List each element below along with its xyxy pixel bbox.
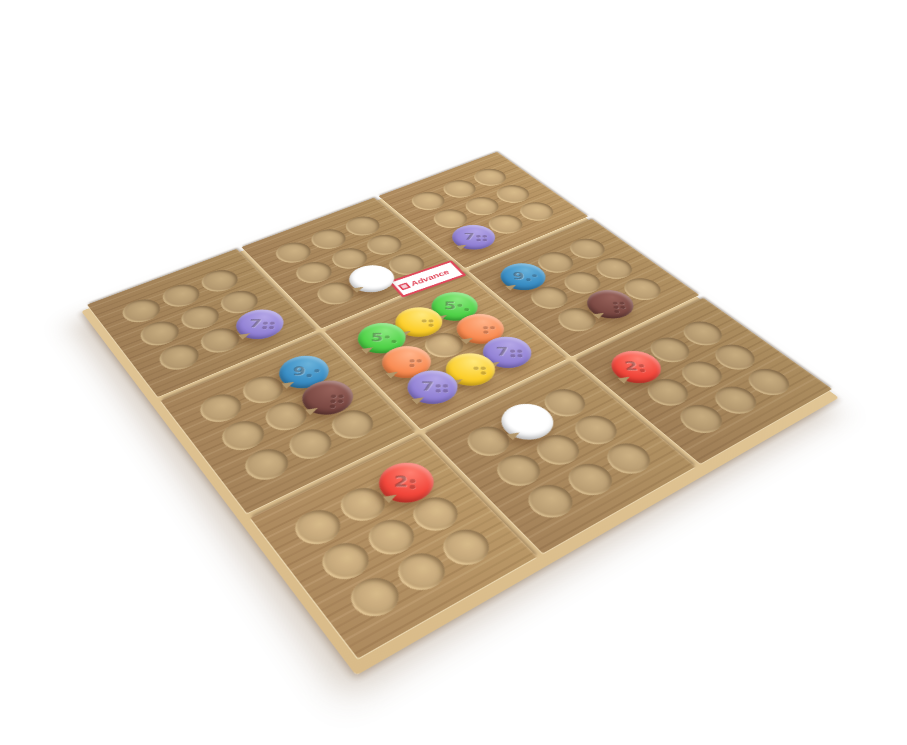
peg-piece-white[interactable]	[491, 397, 564, 447]
embossed-number: 7	[417, 379, 438, 394]
braille-dot	[330, 399, 336, 403]
braille-dot	[510, 350, 515, 353]
braille-dot	[476, 239, 481, 242]
piece-face: 7	[233, 310, 286, 340]
braille-dot	[410, 479, 416, 483]
piece-face: 5	[357, 323, 407, 353]
piece-face: 7	[452, 225, 496, 250]
braille-dot	[338, 395, 344, 399]
braille-dots	[510, 350, 524, 362]
apple-cleft-notch	[488, 359, 502, 368]
braille-dot	[409, 364, 414, 367]
braille-dots	[330, 395, 345, 409]
apple-cleft-notch	[383, 492, 399, 504]
braille-dot	[385, 335, 390, 338]
apple-cleft-notch	[618, 374, 633, 383]
braille-dot	[391, 340, 396, 343]
braille-dot	[338, 399, 344, 403]
braille-dot	[639, 364, 645, 367]
braille-dot	[262, 326, 267, 329]
peg-piece-red-2[interactable]: 2	[369, 455, 445, 511]
piece-face	[381, 346, 431, 378]
braille-dot	[417, 359, 422, 362]
braille-dot	[517, 354, 522, 357]
braille-dot	[270, 322, 275, 325]
peg-piece-brown[interactable]	[293, 374, 362, 422]
braille-dot	[490, 326, 495, 329]
braille-dot	[619, 302, 624, 305]
brand-logo-icon	[398, 282, 411, 290]
braille-dot	[314, 369, 320, 372]
braille-dot	[436, 384, 441, 387]
braille-dot	[330, 405, 336, 409]
braille-dot	[263, 322, 268, 325]
piece-face: 7	[407, 370, 458, 403]
peg-piece-yellow[interactable]	[436, 347, 505, 392]
embossed-number: 7	[492, 344, 513, 358]
braille-dots	[384, 335, 398, 347]
piece-face: 9	[277, 356, 331, 389]
braille-dot	[481, 371, 486, 374]
apple-cleft-notch	[305, 405, 320, 415]
piece-face: 9	[500, 263, 547, 290]
peg-piece-purple-7[interactable]: 7	[398, 364, 468, 411]
braille-dot	[517, 350, 522, 353]
piece-face	[446, 353, 496, 385]
braille-dot	[526, 278, 531, 281]
braille-dot	[269, 326, 274, 329]
braille-dot	[410, 485, 416, 489]
embossed-number: 2	[389, 472, 412, 490]
braille-dot	[614, 310, 619, 313]
braille-dot	[457, 304, 462, 307]
apple-cleft-notch	[450, 377, 465, 386]
braille-dot	[613, 306, 618, 309]
apple-cleft-notch	[361, 345, 375, 354]
braille-dot	[532, 274, 537, 277]
braille-dot	[510, 354, 515, 357]
braille-dots	[306, 369, 321, 382]
peg-piece-green-5[interactable]: 5	[349, 317, 415, 359]
braille-dot	[473, 367, 478, 370]
braille-dot	[483, 239, 488, 242]
apple-cleft-notch	[282, 379, 297, 388]
apple-cleft-notch	[507, 430, 522, 440]
peg-piece-orange[interactable]	[373, 340, 441, 384]
braille-dots	[409, 359, 423, 372]
braille-dots	[476, 235, 488, 245]
braille-dot	[483, 331, 488, 334]
braille-dot	[422, 319, 427, 322]
braille-dot	[613, 302, 618, 305]
braille-dots	[526, 274, 539, 285]
braille-dot	[464, 308, 469, 311]
braille-dots	[436, 384, 450, 397]
sudoku-board: Advance 7925757792	[83, 150, 836, 663]
braille-dots	[422, 319, 435, 331]
embossed-number: 2	[619, 359, 642, 374]
braille-dot	[476, 235, 481, 238]
braille-dots	[613, 302, 628, 313]
piece-face	[300, 381, 354, 415]
braille-dots	[409, 479, 424, 495]
piece-face	[501, 404, 555, 440]
piece-face	[585, 290, 636, 318]
braille-dot	[482, 235, 487, 238]
braille-dot	[620, 306, 625, 309]
embossed-number: 9	[288, 364, 311, 379]
peg-piece-red-2[interactable]: 2	[601, 345, 671, 390]
braille-dot	[481, 367, 486, 370]
braille-dot	[429, 319, 434, 322]
braille-dot	[483, 326, 488, 329]
braille-dots	[639, 364, 655, 377]
braille-dot	[331, 395, 337, 399]
apple-cleft-notch	[386, 369, 401, 378]
pieces-layer: Advance 7925757792	[83, 150, 836, 663]
peg-piece-blue-9[interactable]: 9	[270, 350, 338, 395]
braille-dot	[436, 389, 441, 393]
piece-face: 2	[609, 351, 664, 383]
braille-dot	[640, 369, 646, 372]
braille-dots	[473, 367, 487, 380]
braille-dots	[261, 322, 276, 334]
piece-face: 2	[378, 463, 434, 503]
braille-dot	[443, 389, 448, 393]
braille-dot	[443, 384, 448, 387]
braille-dot	[306, 374, 312, 377]
piece-face: 7	[482, 337, 532, 368]
apple-cleft-notch	[412, 395, 427, 405]
piece-face	[348, 265, 395, 292]
braille-dot	[428, 324, 433, 327]
product-photo-scene: Advance 7925757792	[0, 0, 907, 745]
braille-dot	[410, 359, 415, 362]
